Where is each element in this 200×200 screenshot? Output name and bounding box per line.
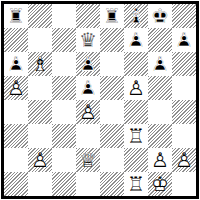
- white-pawn-piece: ♟♙: [76, 100, 100, 124]
- white-pawn-piece: ♟♙: [124, 76, 148, 100]
- square-e5: [100, 76, 124, 100]
- square-d5: ♟♙: [76, 76, 100, 100]
- square-f4: [124, 100, 148, 124]
- square-e1: [100, 172, 124, 196]
- white-pawn-piece: ♟♙: [172, 148, 196, 172]
- square-c5: [52, 76, 76, 100]
- piece-outline-glyph: ♙: [76, 76, 100, 100]
- black-pawn-piece: ♟♙: [76, 52, 100, 76]
- square-f8: ♝♗: [124, 4, 148, 28]
- square-b8: [28, 4, 52, 28]
- square-a3: [4, 124, 28, 148]
- square-a4: [4, 100, 28, 124]
- piece-outline-glyph: ♕: [76, 28, 100, 52]
- black-rook-piece: ♜♖: [4, 4, 28, 28]
- white-bishop-piece: ♝♗: [28, 52, 52, 76]
- white-rook-piece: ♜♖: [124, 172, 148, 196]
- square-g6: ♟♙: [148, 52, 172, 76]
- black-bishop-piece: ♝♗: [124, 4, 148, 28]
- white-rook-piece: ♜♖: [124, 124, 148, 148]
- square-d8: [76, 4, 100, 28]
- square-b7: [28, 28, 52, 52]
- piece-outline-glyph: ♙: [76, 100, 100, 124]
- black-king-piece: ♚♔: [148, 4, 172, 28]
- square-f5: ♟♙: [124, 76, 148, 100]
- black-pawn-piece: ♟♙: [4, 52, 28, 76]
- square-d2: ♛♕: [76, 148, 100, 172]
- square-f1: ♜♖: [124, 172, 148, 196]
- piece-outline-glyph: ♕: [76, 148, 100, 172]
- square-b4: [28, 100, 52, 124]
- square-e8: ♜♖: [100, 4, 124, 28]
- square-c2: [52, 148, 76, 172]
- square-a8: ♜♖: [4, 4, 28, 28]
- square-h6: [172, 52, 196, 76]
- black-queen-piece: ♛♕: [76, 28, 100, 52]
- white-king-piece: ♚♔: [148, 172, 172, 196]
- square-g5: [148, 76, 172, 100]
- piece-outline-glyph: ♖: [124, 172, 148, 196]
- square-g8: ♚♔: [148, 4, 172, 28]
- white-pawn-piece: ♟♙: [148, 148, 172, 172]
- piece-outline-glyph: ♙: [124, 76, 148, 100]
- square-f3: ♜♖: [124, 124, 148, 148]
- square-f7: ♟♙: [124, 28, 148, 52]
- piece-outline-glyph: ♔: [148, 4, 172, 28]
- square-a2: [4, 148, 28, 172]
- piece-outline-glyph: ♖: [100, 4, 124, 28]
- square-d4: ♟♙: [76, 100, 100, 124]
- square-d3: [76, 124, 100, 148]
- square-d7: ♛♕: [76, 28, 100, 52]
- black-pawn-piece: ♟♙: [124, 28, 148, 52]
- piece-outline-glyph: ♙: [148, 52, 172, 76]
- piece-outline-glyph: ♙: [124, 28, 148, 52]
- square-a5: ♟♙: [4, 76, 28, 100]
- square-e2: [100, 148, 124, 172]
- chess-board: ♜♖♜♖♝♗♚♔♛♕♟♙♟♙♟♙♝♗♟♙♟♙♟♙♟♙♟♙♟♙♜♖♟♙♛♕♟♙♟♙…: [4, 4, 196, 196]
- square-c7: [52, 28, 76, 52]
- square-c4: [52, 100, 76, 124]
- square-d6: ♟♙: [76, 52, 100, 76]
- square-g3: [148, 124, 172, 148]
- square-b2: ♟♙: [28, 148, 52, 172]
- square-h7: ♟♙: [172, 28, 196, 52]
- white-pawn-piece: ♟♙: [4, 76, 28, 100]
- piece-outline-glyph: ♙: [172, 148, 196, 172]
- white-pawn-piece: ♟♙: [28, 148, 52, 172]
- square-a7: [4, 28, 28, 52]
- piece-outline-glyph: ♔: [148, 172, 172, 196]
- chess-diagram: ♜♖♜♖♝♗♚♔♛♕♟♙♟♙♟♙♝♗♟♙♟♙♟♙♟♙♟♙♟♙♜♖♟♙♛♕♟♙♟♙…: [0, 0, 200, 200]
- piece-outline-glyph: ♙: [76, 52, 100, 76]
- square-h5: [172, 76, 196, 100]
- square-h2: ♟♙: [172, 148, 196, 172]
- piece-outline-glyph: ♖: [4, 4, 28, 28]
- square-f2: [124, 148, 148, 172]
- black-pawn-piece: ♟♙: [76, 76, 100, 100]
- square-b5: [28, 76, 52, 100]
- piece-outline-glyph: ♙: [28, 148, 52, 172]
- square-a6: ♟♙: [4, 52, 28, 76]
- square-a1: [4, 172, 28, 196]
- square-c3: [52, 124, 76, 148]
- square-h3: [172, 124, 196, 148]
- square-g2: ♟♙: [148, 148, 172, 172]
- square-h1: [172, 172, 196, 196]
- piece-outline-glyph: ♙: [172, 28, 196, 52]
- piece-outline-glyph: ♖: [124, 124, 148, 148]
- piece-outline-glyph: ♙: [4, 52, 28, 76]
- square-e3: [100, 124, 124, 148]
- square-h4: [172, 100, 196, 124]
- square-d1: [76, 172, 100, 196]
- square-e6: [100, 52, 124, 76]
- square-b1: [28, 172, 52, 196]
- piece-outline-glyph: ♙: [4, 76, 28, 100]
- square-h8: [172, 4, 196, 28]
- square-g1: ♚♔: [148, 172, 172, 196]
- square-c1: [52, 172, 76, 196]
- square-b6: ♝♗: [28, 52, 52, 76]
- square-c6: [52, 52, 76, 76]
- piece-outline-glyph: ♗: [124, 4, 148, 28]
- black-pawn-piece: ♟♙: [172, 28, 196, 52]
- square-b3: [28, 124, 52, 148]
- square-g7: [148, 28, 172, 52]
- black-pawn-piece: ♟♙: [148, 52, 172, 76]
- white-queen-piece: ♛♕: [76, 148, 100, 172]
- square-f6: [124, 52, 148, 76]
- black-rook-piece: ♜♖: [100, 4, 124, 28]
- board-frame: ♜♖♜♖♝♗♚♔♛♕♟♙♟♙♟♙♝♗♟♙♟♙♟♙♟♙♟♙♟♙♜♖♟♙♛♕♟♙♟♙…: [1, 1, 199, 199]
- piece-outline-glyph: ♙: [148, 148, 172, 172]
- piece-outline-glyph: ♗: [28, 52, 52, 76]
- square-e4: [100, 100, 124, 124]
- square-e7: [100, 28, 124, 52]
- square-c8: [52, 4, 76, 28]
- square-g4: [148, 100, 172, 124]
